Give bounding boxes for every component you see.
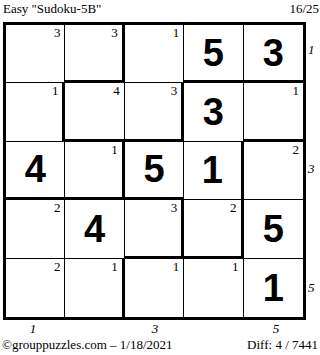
cell-r2c5[interactable]: 1 (244, 83, 303, 141)
pencil-digit: 3 (54, 25, 61, 40)
pencil-digit: 3 (171, 200, 178, 215)
given-digit: 4 (25, 150, 46, 188)
cell-r2c1[interactable]: 1 (6, 83, 65, 141)
cell-r4c5[interactable]: 5 (244, 200, 303, 258)
given-digit: 5 (203, 34, 224, 72)
cell-r5c3[interactable]: 1 (125, 259, 184, 317)
cell-r2c4[interactable]: 3 (184, 83, 243, 141)
copyright-text: ©grouppuzzles.com – 1/18/2021 (2, 337, 173, 353)
cell-r3c1[interactable]: 4 (6, 142, 65, 200)
given-digit: 1 (202, 151, 223, 189)
cell-r5c2[interactable]: 1 (65, 259, 124, 317)
cell-r1c4[interactable]: 5 (184, 25, 243, 83)
clue-counter: 16/25 (289, 1, 319, 17)
pencil-digit: 1 (232, 259, 239, 274)
pencil-digit: 1 (173, 259, 180, 274)
pencil-digit: 4 (113, 83, 120, 98)
row-label-5: 5 (308, 280, 320, 296)
given-digit: 5 (263, 210, 284, 248)
given-digit: 3 (263, 34, 284, 72)
given-digit: 3 (203, 93, 224, 131)
given-digit: 4 (84, 210, 105, 248)
pencil-digit: 2 (54, 200, 61, 215)
cell-r4c2[interactable]: 4 (65, 200, 124, 258)
cell-r4c4[interactable]: 2 (184, 200, 243, 258)
sudoku-board: 3315314331415122432521111 (3, 22, 306, 320)
puzzle-page: Easy "Sudoku-5B" 16/25 33153143314151224… (0, 0, 320, 355)
cell-r2c2[interactable]: 4 (65, 83, 124, 141)
pencil-digit: 2 (230, 200, 237, 215)
given-digit: 5 (143, 150, 164, 188)
pencil-digit: 2 (293, 142, 300, 157)
cell-r1c1[interactable]: 3 (6, 25, 65, 83)
col-label-5: 5 (266, 321, 286, 336)
col-label-3: 3 (145, 321, 165, 336)
cell-r1c3[interactable]: 1 (125, 25, 184, 83)
pencil-digit: 2 (54, 259, 61, 274)
cell-r3c2[interactable]: 1 (65, 142, 124, 200)
cell-r3c5[interactable]: 2 (244, 142, 303, 200)
cell-r1c5[interactable]: 3 (244, 25, 303, 83)
pencil-digit: 1 (111, 259, 118, 274)
row-label-1: 1 (308, 42, 320, 58)
cell-r4c1[interactable]: 2 (6, 200, 65, 258)
pencil-digit: 3 (171, 83, 178, 98)
pencil-digit: 3 (111, 25, 118, 40)
difficulty-text: Diff: 4 / 7441 (247, 337, 318, 353)
pencil-digit: 1 (173, 25, 180, 40)
cell-r5c5[interactable]: 1 (244, 259, 303, 317)
cell-r5c4[interactable]: 1 (184, 259, 243, 317)
puzzle-title: Easy "Sudoku-5B" (3, 1, 101, 17)
cell-r5c1[interactable]: 2 (6, 259, 65, 317)
col-label-1: 1 (23, 321, 43, 336)
pencil-digit: 1 (293, 83, 300, 98)
row-label-3: 3 (308, 161, 320, 177)
cell-r3c4[interactable]: 1 (184, 142, 243, 200)
cell-r1c2[interactable]: 3 (65, 25, 124, 83)
given-digit: 1 (263, 269, 284, 307)
pencil-digit: 1 (52, 83, 59, 98)
cell-r3c3[interactable]: 5 (125, 142, 184, 200)
cell-r2c3[interactable]: 3 (125, 83, 184, 141)
cell-r4c3[interactable]: 3 (125, 200, 184, 258)
pencil-digit: 1 (111, 142, 118, 157)
